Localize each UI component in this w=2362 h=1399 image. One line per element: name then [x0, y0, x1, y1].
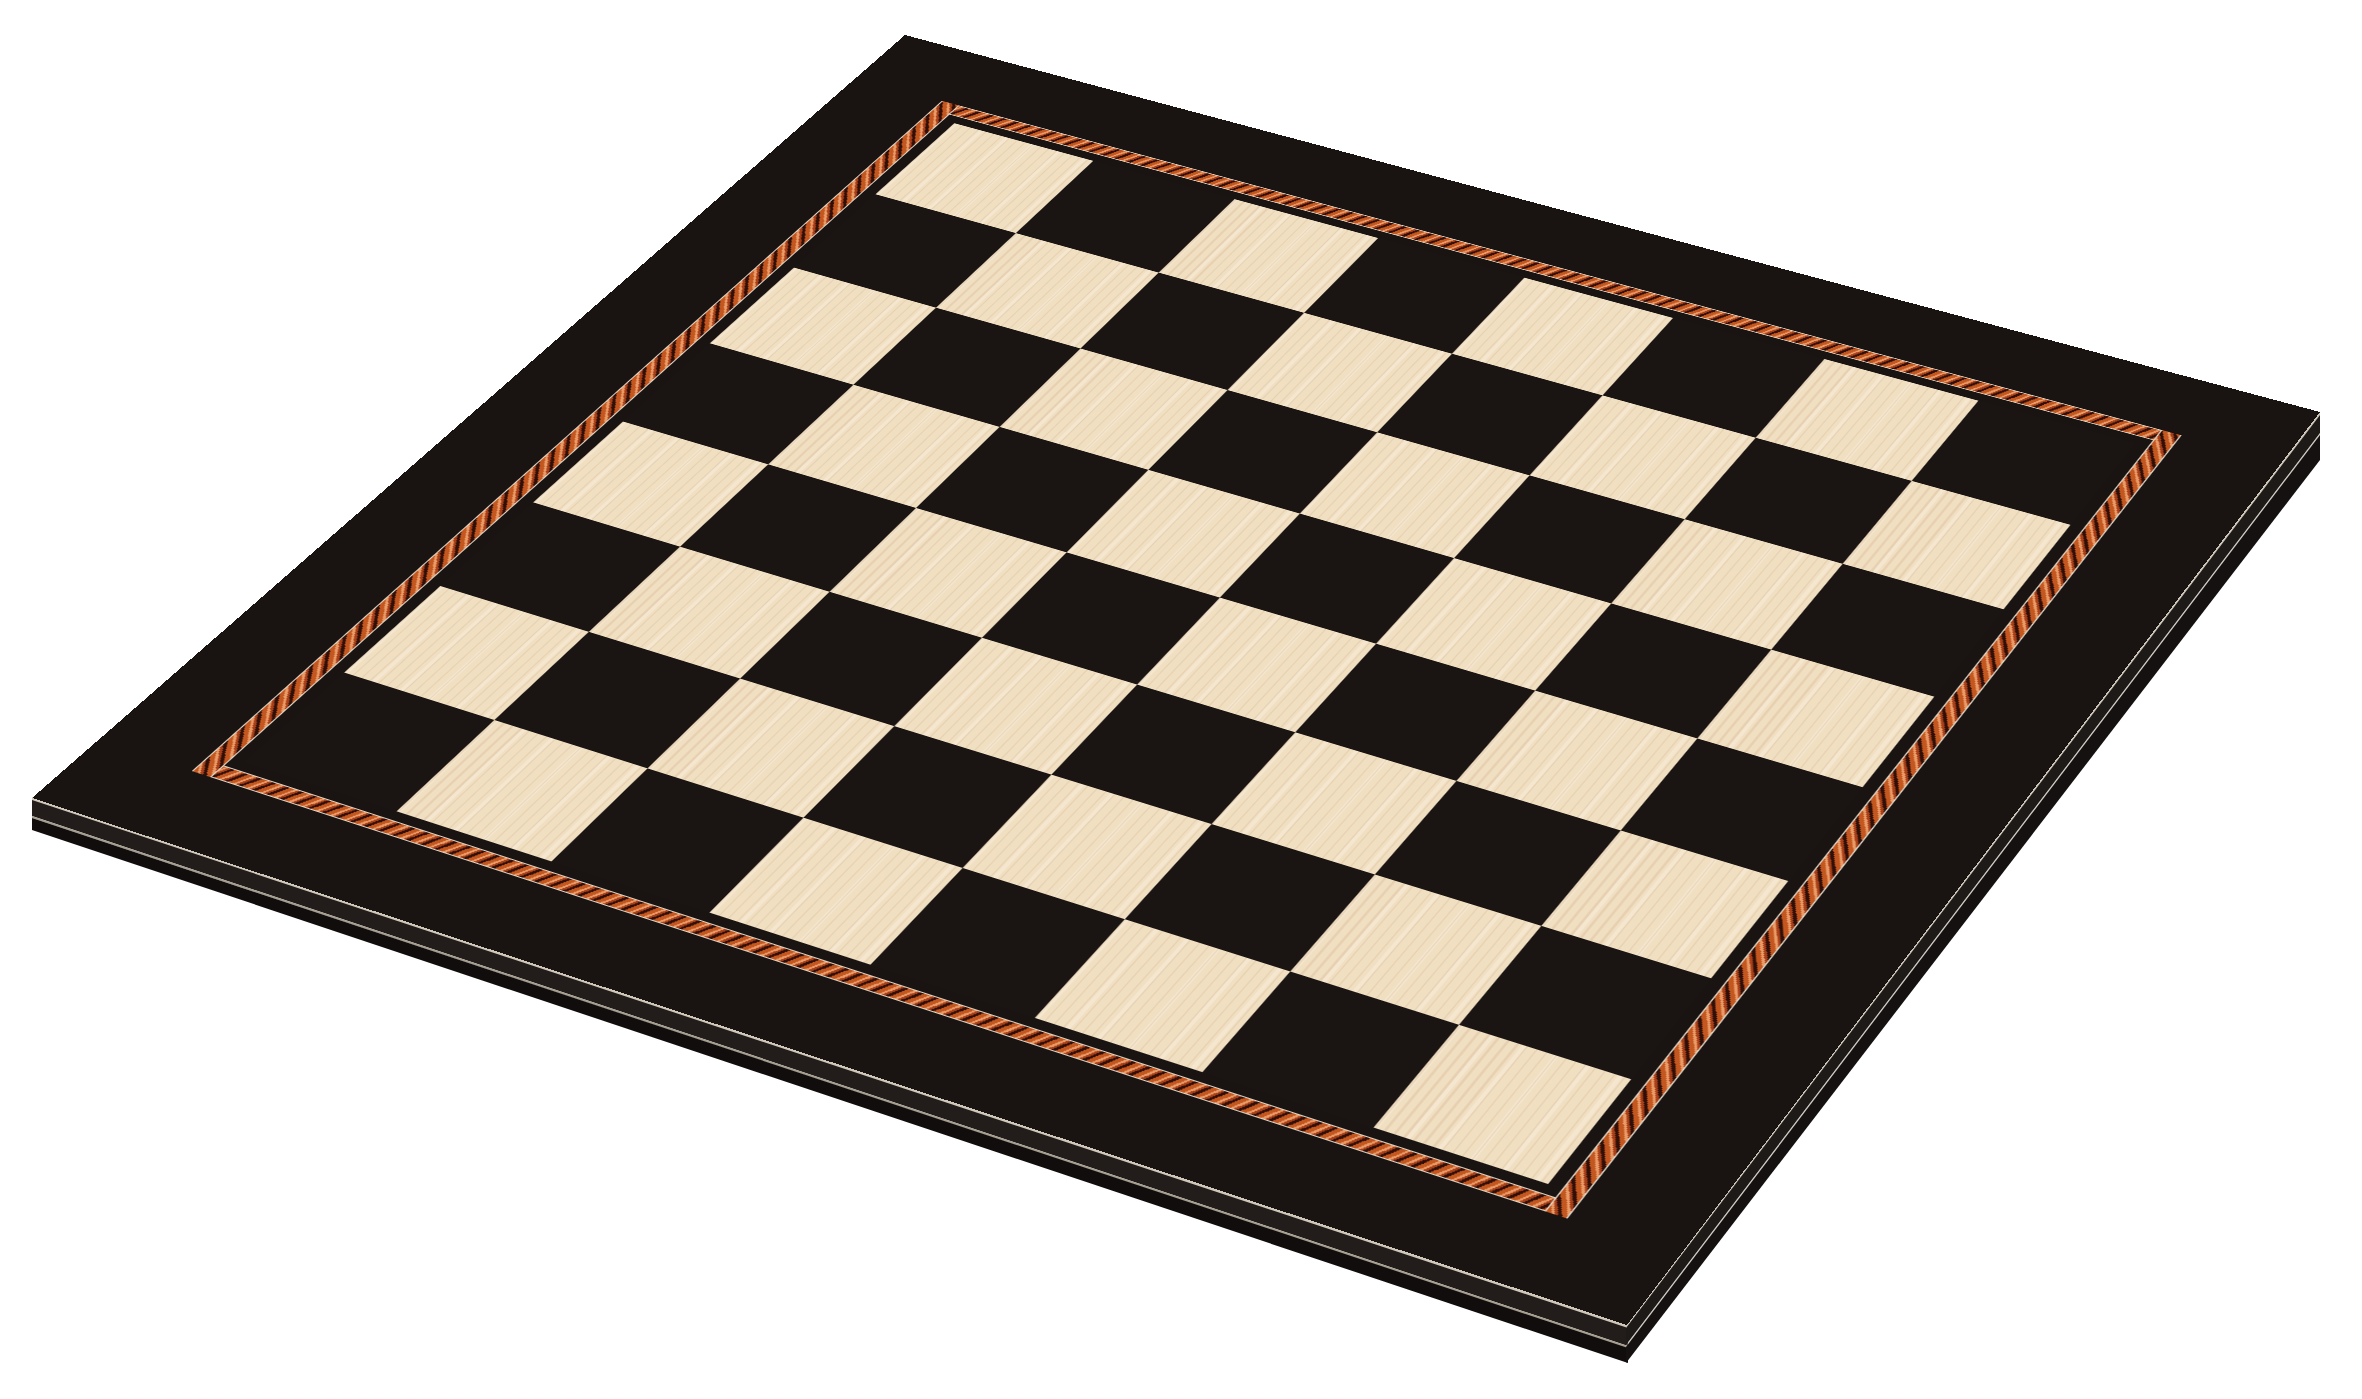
board-frame: [32, 35, 2320, 1325]
board-grid: [245, 123, 2136, 1184]
chess-board: [32, 35, 2320, 1325]
photo-stage: [0, 0, 2362, 1399]
